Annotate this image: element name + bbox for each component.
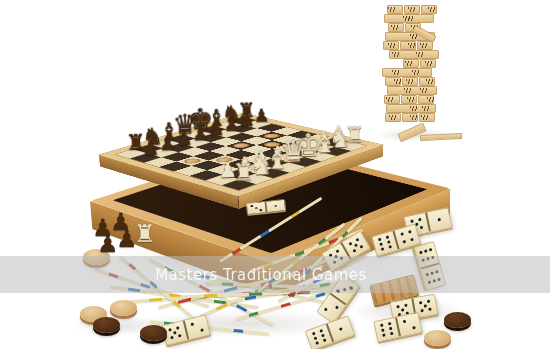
scene-3d: ♜♞♝♛♚♝♞♜♟♟♟♟♟♟♟♟♟♟♟♟♟♟♟♟♜♞♝♛♚♝♞♜ [0,0,550,349]
square-e6 [211,137,241,146]
pip [348,241,353,246]
pip [274,205,277,207]
block-mark [420,43,427,48]
pip [423,304,427,308]
pip [421,258,425,262]
pip [255,207,258,209]
pip [334,254,339,259]
tower-block [388,23,404,32]
chess-piece-white-r: ♜ [233,160,256,185]
chess-piece-black-r: ♜ [237,100,256,121]
tower-row [383,95,435,104]
tower-block [402,77,418,86]
domino-half-1 [425,208,451,231]
tower-block [387,5,403,14]
chess-piece-black-p: ♟ [175,129,193,148]
tower-block [403,59,419,68]
domino-half-2 [183,315,210,339]
pip [412,326,416,330]
tower-row [385,104,437,113]
draughts-counter-light [110,300,137,316]
block-mark [408,7,415,12]
tower-block [419,77,435,86]
pip [400,232,404,236]
pip [323,338,327,342]
pip [380,323,384,327]
tower-gap [386,59,402,68]
pip [339,327,343,331]
square-f6 [227,133,257,141]
pip [427,280,431,284]
draughts-counter-dark [93,317,120,333]
tower-block [382,68,432,77]
pip [381,328,385,332]
tower-block [401,95,417,104]
pip [382,333,386,337]
tower-row [382,41,434,50]
pip [173,331,177,335]
pip [321,333,325,337]
pip [428,307,432,311]
pip [352,249,357,254]
pip [424,249,428,253]
block-mark [410,34,417,39]
block-mark [410,106,417,111]
pip [420,309,424,313]
block-mark [407,97,414,102]
tower-row [386,86,438,95]
pip [387,240,391,244]
block-mark [421,115,428,120]
product-photo: ♜♞♝♛♚♝♞♜♟♟♟♟♟♟♟♟♟♟♟♟♟♟♟♟♜♞♝♛♚♝♞♜ ♟♟♟♟♜ M… [0,0,550,349]
block-mark [427,97,434,102]
pip [323,307,328,312]
pip [418,217,422,221]
block-mark [416,52,423,57]
pip [178,334,182,338]
pip [328,253,333,258]
tower-block [386,104,436,113]
chess-piece-black-p: ♟ [223,115,240,134]
tower-row [384,77,436,86]
block-mark [420,88,427,93]
pip [437,218,441,222]
draughts-counter-dark [140,325,167,341]
tower-row [386,5,438,14]
pip [332,260,337,265]
tower-row [388,50,440,59]
pip [379,242,383,246]
pip [388,245,392,249]
tower-block [404,5,420,14]
tower-block [418,95,434,104]
pip [427,299,431,303]
chess-piece-black-p: ♟ [238,111,255,130]
block-mark [388,7,395,12]
pip [380,247,384,251]
pip [426,257,430,261]
tower-block [420,59,436,68]
pip [355,237,360,242]
pip [404,303,408,307]
square-h6 [257,124,286,132]
block-mark [388,43,395,48]
pip [432,279,436,283]
pip [410,219,414,223]
pip [359,244,364,249]
square-f8: ♝ [198,126,227,134]
square-e7: ♟ [196,134,226,142]
tower-block [385,77,401,86]
pip [190,322,194,326]
block-mark [412,70,419,75]
loose-piece-white-r: ♜ [134,222,156,246]
domino-half-1 [265,200,286,212]
square-g7: ♟ [227,125,256,133]
pip [200,328,204,332]
counter-on-board [230,142,252,148]
block-mark [406,79,413,84]
tower-block [383,41,399,50]
pip [401,308,405,312]
block-mark [404,88,411,93]
tower-block [385,113,401,122]
domino-half-2 [395,313,421,336]
pip [402,240,406,244]
block-mark [428,7,435,12]
pip [339,256,344,261]
pip [354,243,359,248]
square-f7: ♟ [212,129,242,137]
square-g8: ♞ [213,121,242,129]
square-d7: ♟ [180,139,210,148]
box-tilt: ♜♞♝♛♚♝♞♜♟♟♟♟♟♟♟♟♟♟♟♟♟♟♟♟♜♞♝♛♚♝♞♜ [0,0,550,349]
tower-block [402,113,418,122]
block-mark [422,106,429,111]
pip [396,305,400,309]
pip [430,271,434,275]
chess-piece-black-p: ♟ [159,134,177,154]
pip [435,269,439,273]
chess-piece-black-k: ♚ [187,105,214,135]
pip [176,326,180,330]
block-mark [405,61,412,66]
block-mark [394,79,401,84]
tumbling-tower [378,5,442,122]
square-e8: ♚ [182,130,212,138]
domino-half-3 [247,202,266,214]
pip [408,229,412,233]
block-mark [392,70,399,75]
tower-block [421,5,437,14]
tower-block [384,95,400,104]
block-mark [391,25,398,30]
pip [389,326,393,330]
tower-row [383,14,435,23]
tower-row [381,68,433,77]
pip [170,336,174,340]
chess-piece-black-p: ♟ [253,106,270,124]
tower-row [384,113,436,122]
tower-block [419,113,435,122]
chess-piece-black-p: ♟ [192,124,209,143]
block-mark [426,79,433,84]
pip [418,301,422,305]
tower-block [384,14,434,23]
pip [431,255,435,259]
square-f5 [241,136,271,145]
chess-piece-black-q: ♛ [172,111,197,139]
block-mark [389,115,396,120]
pip [319,329,323,333]
pip [419,250,423,254]
pip [390,331,394,335]
pip [425,272,429,276]
tower-block [387,86,437,95]
square-g6 [242,128,272,136]
chess-board: ♜♞♝♛♚♝♞♜♟♟♟♟♟♟♟♟♟♟♟♟♟♟♟♟♜♞♝♛♚♝♞♜ [99,113,383,196]
block-mark [425,61,432,66]
draughts-counter-dark [444,312,471,328]
block-mark [408,43,415,48]
pip [311,331,315,335]
block-mark [410,115,417,120]
pip [250,205,253,207]
pip [336,289,341,294]
square-h8: ♜ [228,117,257,125]
block-mark [392,52,399,57]
pip [385,235,389,239]
tower-row [385,59,437,68]
pip [428,247,432,251]
block-mark [406,16,413,21]
block-mark [386,97,393,102]
tower-block [389,50,439,59]
pip [349,286,354,291]
pip [410,238,414,242]
chess-piece-black-p: ♟ [142,139,160,159]
tower-block [400,41,416,50]
pip [402,319,406,323]
pip [377,237,381,241]
pip [335,305,340,310]
chess-piece-black-p: ♟ [208,120,225,139]
pip [315,341,319,345]
pip [437,278,441,282]
pip [420,226,424,230]
pip [313,336,317,340]
chess-piece-black-n: ♞ [221,102,242,125]
draughts-counter-light [424,330,451,346]
pip [342,287,347,292]
pip [168,328,172,332]
pip [388,322,392,326]
chess-piece-black-b: ♝ [206,107,227,130]
square-h7: ♟ [242,120,271,128]
pip [259,209,262,211]
pip [335,249,340,254]
